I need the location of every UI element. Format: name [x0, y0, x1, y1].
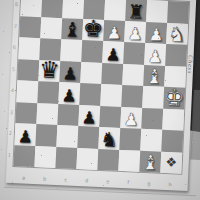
file-label-f: f [127, 180, 129, 185]
square-d2[interactable] [77, 126, 99, 148]
square-g3[interactable] [141, 107, 163, 129]
square-c8[interactable] [62, 0, 84, 19]
square-e4[interactable] [100, 84, 122, 106]
square-c7[interactable]: ♝ [61, 18, 83, 40]
white-pawn-f7[interactable]: ♟ [127, 25, 143, 43]
board-brand-text: Chess [187, 55, 194, 75]
square-f6[interactable] [123, 42, 145, 64]
square-f5[interactable] [122, 63, 144, 85]
square-e7[interactable]: ♟ [103, 20, 125, 42]
rank-label-5: 5 [12, 67, 15, 72]
square-f1[interactable] [118, 149, 140, 171]
rank-label-1: 1 [8, 153, 11, 158]
square-g8[interactable] [146, 0, 168, 22]
square-h1[interactable]: ❖ [160, 151, 182, 173]
file-label-b: b [43, 176, 46, 181]
square-b7[interactable] [40, 17, 62, 39]
square-e8[interactable] [104, 0, 126, 21]
file-label-h: h [168, 182, 171, 187]
photo-canvas: ♜♝♚♟♟♟♞♟♟♛♟♝♟♚♟♟♟♞♝❖ Chess abcdefgh 8765… [0, 0, 200, 200]
square-d6[interactable] [81, 40, 103, 62]
square-e3[interactable] [99, 105, 121, 127]
square-b1[interactable] [34, 146, 56, 168]
square-e1[interactable] [97, 148, 119, 170]
square-d4[interactable] [79, 83, 101, 105]
white-bishop-g1[interactable]: ♝ [141, 152, 160, 173]
square-g1[interactable]: ♝ [139, 150, 161, 172]
file-coordinate-labels: abcdefgh [13, 175, 181, 188]
square-f4[interactable] [121, 85, 143, 107]
square-c4[interactable]: ♟ [58, 82, 80, 104]
square-b5[interactable]: ♛ [38, 60, 60, 82]
square-g2[interactable] [140, 129, 162, 151]
square-e5[interactable] [101, 63, 123, 85]
rank-label-8: 8 [15, 2, 18, 7]
white-pawn-f3[interactable]: ♟ [123, 111, 139, 129]
square-h3[interactable] [162, 108, 184, 130]
square-c6[interactable] [60, 39, 82, 61]
square-a2[interactable]: ♟ [14, 123, 36, 145]
square-a4[interactable] [16, 80, 38, 102]
square-b8[interactable] [41, 0, 63, 18]
square-b3[interactable] [36, 103, 58, 125]
board-logo-emblem: ❖ [165, 156, 177, 170]
square-g4[interactable] [142, 86, 164, 108]
square-h2[interactable] [161, 130, 183, 152]
square-d7[interactable]: ♚ [82, 19, 104, 41]
square-g7[interactable]: ♟ [145, 21, 167, 43]
white-pawn-g7[interactable]: ♟ [148, 26, 164, 44]
square-d1[interactable] [76, 147, 98, 169]
square-e2[interactable]: ♞ [98, 127, 120, 149]
square-h4[interactable]: ♚ [163, 87, 185, 109]
file-label-d: d [85, 178, 88, 183]
square-b2[interactable] [35, 124, 57, 146]
white-pawn-e7[interactable]: ♟ [106, 24, 122, 42]
black-king-d7[interactable]: ♚ [82, 17, 104, 41]
rank-label-3: 3 [10, 110, 13, 115]
black-bishop-c7[interactable]: ♝ [63, 19, 82, 40]
rank-label-2: 2 [9, 131, 12, 136]
chess-board: ♜♝♚♟♟♟♞♟♟♛♟♝♟♚♟♟♟♞♝❖ Chess abcdefgh 8765… [6, 0, 197, 191]
photo-noise-speckles [0, 0, 1, 1]
square-a3[interactable] [15, 102, 37, 124]
square-f8[interactable]: ♜ [125, 0, 147, 21]
black-pawn-e6[interactable]: ♟ [105, 46, 121, 64]
black-queen-b5[interactable]: ♛ [39, 58, 61, 82]
square-e6[interactable]: ♟ [102, 41, 124, 63]
black-rook-f8[interactable]: ♜ [127, 2, 145, 22]
square-b4[interactable] [37, 81, 59, 103]
file-label-g: g [147, 181, 150, 186]
rank-label-6: 6 [13, 45, 16, 50]
square-f3[interactable]: ♟ [120, 106, 142, 128]
square-a8[interactable] [20, 0, 42, 17]
square-c1[interactable] [55, 147, 77, 169]
square-a5[interactable] [17, 59, 39, 81]
white-pawn-g6[interactable]: ♟ [147, 48, 163, 66]
square-d5[interactable] [80, 62, 102, 84]
black-pawn-a2[interactable]: ♟ [17, 128, 33, 146]
black-pawn-d3[interactable]: ♟ [81, 109, 97, 127]
chess-board-grid[interactable]: ♜♝♚♟♟♟♞♟♟♛♟♝♟♚♟♟♟♞♝❖ [13, 0, 189, 174]
square-a1[interactable] [13, 145, 35, 167]
white-bishop-g5[interactable]: ♝ [145, 66, 164, 87]
black-pawn-c4[interactable]: ♟ [61, 87, 77, 105]
square-c5[interactable]: ♟ [59, 61, 81, 83]
square-h8[interactable] [167, 1, 189, 23]
white-knight-h7[interactable]: ♞ [168, 24, 187, 45]
square-a7[interactable] [19, 16, 41, 38]
rank-label-4: 4 [11, 88, 14, 93]
black-knight-e2[interactable]: ♞ [100, 129, 119, 150]
file-label-e: e [106, 179, 109, 184]
square-f2[interactable] [119, 128, 141, 150]
square-h7[interactable]: ♞ [166, 22, 188, 44]
square-a6[interactable] [18, 37, 40, 59]
black-pawn-c5[interactable]: ♟ [62, 65, 78, 83]
white-king-h4[interactable]: ♚ [163, 85, 185, 109]
square-g5[interactable]: ♝ [143, 64, 165, 86]
square-d3[interactable]: ♟ [78, 105, 100, 127]
square-c3[interactable] [57, 104, 79, 126]
square-f7[interactable]: ♟ [124, 21, 146, 43]
rank-label-7: 7 [14, 24, 17, 29]
file-label-a: a [22, 176, 25, 181]
file-label-c: c [64, 177, 67, 182]
square-c2[interactable] [56, 125, 78, 147]
square-g6[interactable]: ♟ [144, 43, 166, 65]
square-h6[interactable] [165, 44, 187, 66]
